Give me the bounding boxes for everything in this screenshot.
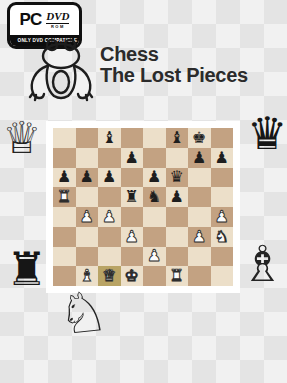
piece-white-king: ♚	[125, 268, 139, 284]
lost-piece-black-queen: ♛	[247, 111, 287, 156]
square-c8[interactable]: ♝	[98, 128, 121, 148]
square-f5[interactable]: ♟	[166, 187, 189, 207]
piece-black-knight: ♞	[147, 189, 161, 205]
square-h8[interactable]	[211, 128, 234, 148]
square-h2[interactable]	[211, 247, 234, 267]
dvd-rom-logo: DVD ROM	[46, 11, 69, 29]
square-e2[interactable]: ♟	[143, 247, 166, 267]
square-b8[interactable]	[76, 128, 99, 148]
square-d5[interactable]: ♜	[121, 187, 144, 207]
square-a4[interactable]	[53, 207, 76, 227]
lost-piece-black-rook: ♜	[6, 246, 47, 292]
square-e6[interactable]: ♟	[143, 168, 166, 188]
square-d2[interactable]	[121, 247, 144, 267]
title-line-2: The Lost Pieces	[100, 65, 248, 86]
pc-logo-text: PC	[20, 10, 42, 30]
title-line-1: Chess	[100, 44, 248, 65]
square-b7[interactable]	[76, 148, 99, 168]
piece-black-pawn: ♟	[102, 169, 116, 185]
square-h3[interactable]: ♞	[211, 227, 234, 247]
square-e7[interactable]	[143, 148, 166, 168]
lost-piece-white-queen: ♕	[2, 116, 41, 160]
square-e3[interactable]	[143, 227, 166, 247]
square-e5[interactable]: ♞	[143, 187, 166, 207]
square-b5[interactable]	[76, 187, 99, 207]
square-a5[interactable]: ♜	[53, 187, 76, 207]
pc-dvd-logo: PC DVD ROM	[10, 5, 79, 35]
square-c3[interactable]	[98, 227, 121, 247]
piece-black-pawn: ♟	[215, 150, 229, 166]
square-h5[interactable]	[211, 187, 234, 207]
piece-white-pawn: ♟	[147, 248, 161, 264]
square-a6[interactable]: ♟	[53, 168, 76, 188]
square-e4[interactable]	[143, 207, 166, 227]
square-d8[interactable]	[121, 128, 144, 148]
piece-black-king: ♚	[192, 130, 206, 146]
square-b4[interactable]: ♟	[76, 207, 99, 227]
square-b2[interactable]	[76, 247, 99, 267]
square-g4[interactable]	[188, 207, 211, 227]
square-h4[interactable]: ♟	[211, 207, 234, 227]
square-f4[interactable]	[166, 207, 189, 227]
piece-black-rook: ♜	[125, 189, 139, 205]
square-h6[interactable]	[211, 168, 234, 188]
square-g2[interactable]	[188, 247, 211, 267]
game-title: Chess The Lost Pieces	[100, 44, 248, 86]
piece-white-pawn: ♟	[125, 229, 139, 245]
square-c4[interactable]: ♟	[98, 207, 121, 227]
square-g5[interactable]	[188, 187, 211, 207]
piece-black-pawn: ♟	[80, 169, 94, 185]
square-f1[interactable]: ♜	[166, 266, 189, 286]
piece-black-queen: ♛	[170, 169, 184, 185]
lost-piece-white-knight: ♘	[55, 283, 111, 344]
piece-white-pawn: ♟	[215, 209, 229, 225]
piece-black-pawn: ♟	[170, 189, 184, 205]
square-e1[interactable]	[143, 266, 166, 286]
square-g7[interactable]: ♟	[188, 148, 211, 168]
square-c2[interactable]	[98, 247, 121, 267]
piece-white-knight: ♞	[215, 229, 229, 245]
square-a2[interactable]	[53, 247, 76, 267]
piece-black-pawn: ♟	[57, 169, 71, 185]
piece-white-pawn: ♟	[102, 209, 116, 225]
piece-black-pawn: ♟	[192, 150, 206, 166]
piece-black-pawn: ♟	[125, 150, 139, 166]
square-f7[interactable]	[166, 148, 189, 168]
board-frame: ♝♝♚♟♟♟♟♟♟♟♛♜♜♞♟♟♟♟♟♟♞♟♝♛♚♜	[46, 121, 240, 293]
square-a3[interactable]	[53, 227, 76, 247]
piece-black-pawn: ♟	[147, 169, 161, 185]
piece-white-rook: ♜	[170, 268, 184, 284]
square-a7[interactable]	[53, 148, 76, 168]
square-h1[interactable]	[211, 266, 234, 286]
square-d1[interactable]: ♚	[121, 266, 144, 286]
piece-black-bishop: ♝	[170, 130, 184, 146]
square-d4[interactable]	[121, 207, 144, 227]
game-cover: PC DVD ROM ONLY DVD COMPATIBLE Chess The…	[0, 0, 287, 383]
square-f2[interactable]	[166, 247, 189, 267]
piece-white-pawn: ♟	[80, 209, 94, 225]
square-d6[interactable]	[121, 168, 144, 188]
piece-black-bishop: ♝	[102, 130, 116, 146]
square-c7[interactable]	[98, 148, 121, 168]
square-g3[interactable]: ♟	[188, 227, 211, 247]
square-a8[interactable]	[53, 128, 76, 148]
square-d7[interactable]: ♟	[121, 148, 144, 168]
square-f3[interactable]	[166, 227, 189, 247]
square-g6[interactable]	[188, 168, 211, 188]
square-c6[interactable]: ♟	[98, 168, 121, 188]
square-f6[interactable]: ♛	[166, 168, 189, 188]
square-e8[interactable]	[143, 128, 166, 148]
square-f8[interactable]: ♝	[166, 128, 189, 148]
square-h7[interactable]: ♟	[211, 148, 234, 168]
piece-white-pawn: ♟	[192, 229, 206, 245]
square-g8[interactable]: ♚	[188, 128, 211, 148]
square-b6[interactable]: ♟	[76, 168, 99, 188]
square-b3[interactable]	[76, 227, 99, 247]
square-g1[interactable]	[188, 266, 211, 286]
frog-doodle	[26, 38, 100, 104]
piece-white-rook: ♜	[57, 189, 71, 205]
lost-piece-white-bishop: ♗	[240, 239, 285, 289]
square-d3[interactable]: ♟	[121, 227, 144, 247]
chess-board: ♝♝♚♟♟♟♟♟♟♟♛♜♜♞♟♟♟♟♟♟♞♟♝♛♚♜	[53, 128, 233, 286]
square-c5[interactable]	[98, 187, 121, 207]
